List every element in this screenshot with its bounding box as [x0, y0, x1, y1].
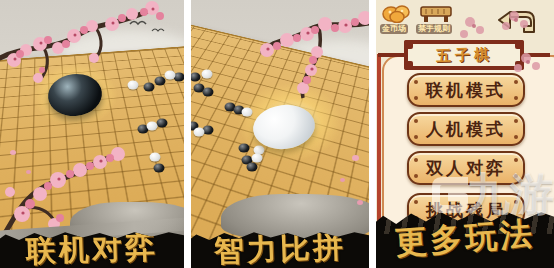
screenshot-collage: 联机对弈 — [0, 0, 554, 268]
two-player-mode-button[interactable]: 双人对弈 — [407, 151, 525, 185]
banner-right-text: 更多玩法 — [394, 212, 537, 266]
gold-coins-icon[interactable] — [382, 5, 412, 23]
petal — [10, 150, 16, 155]
rule-label[interactable]: 禁手规则 — [416, 24, 452, 34]
online-mode-label: 联机模式 — [426, 79, 506, 102]
panel-intelligence: 智力比拼 — [191, 0, 369, 268]
stone-glow — [220, 70, 360, 175]
petal — [340, 178, 345, 182]
petal — [26, 170, 31, 174]
rule-board-icon[interactable] — [418, 5, 454, 23]
coin-arena-label[interactable]: 金币场 — [380, 24, 408, 34]
stone-glow — [18, 53, 133, 138]
petal — [352, 155, 359, 161]
vs-ai-mode-label: 人机模式 — [426, 118, 506, 141]
plaque-rail — [524, 53, 550, 57]
panel-online-play: 联机对弈 — [0, 0, 184, 268]
plaque-rail — [378, 53, 404, 57]
title-plaque: 五子棋 — [404, 40, 524, 70]
vs-ai-mode-button[interactable]: 人机模式 — [407, 112, 525, 146]
game-title: 五子棋 — [435, 45, 493, 66]
back-arrow-icon[interactable] — [496, 8, 536, 36]
online-mode-button[interactable]: 联机模式 — [407, 73, 525, 107]
petal — [357, 200, 363, 205]
plaque-face: 五子棋 — [404, 40, 524, 70]
two-player-mode-label: 双人对弈 — [426, 157, 506, 180]
panel-menu: 金币场 禁手规则 — [376, 0, 554, 268]
